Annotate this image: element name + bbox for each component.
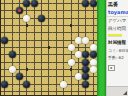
board-intersection[interactable] bbox=[82, 80, 89, 87]
board-intersection[interactable] bbox=[1, 37, 8, 44]
board-intersection[interactable] bbox=[45, 37, 52, 44]
board-intersection[interactable] bbox=[75, 73, 82, 80]
white-stone bbox=[90, 59, 97, 66]
board-intersection[interactable] bbox=[23, 37, 30, 44]
board-intersection[interactable] bbox=[75, 58, 82, 65]
board-intersection[interactable] bbox=[31, 73, 38, 80]
black-stone bbox=[90, 0, 97, 7]
black-stone bbox=[82, 59, 89, 66]
board-intersection[interactable] bbox=[38, 22, 45, 29]
board-intersection[interactable] bbox=[31, 80, 38, 87]
go-board[interactable] bbox=[0, 0, 97, 96]
board-intersection[interactable] bbox=[82, 7, 89, 14]
board-intersection[interactable] bbox=[75, 22, 82, 29]
time-remaining-bar bbox=[108, 34, 122, 37]
board-intersection[interactable] bbox=[23, 22, 30, 29]
board-intersection[interactable] bbox=[67, 29, 74, 36]
board-intersection[interactable] bbox=[82, 22, 89, 29]
white-stone bbox=[82, 37, 89, 44]
board-intersection[interactable] bbox=[38, 44, 45, 51]
black-stone bbox=[82, 51, 89, 58]
board-intersection[interactable] bbox=[82, 73, 89, 80]
white-stone bbox=[75, 37, 82, 44]
board-intersection[interactable] bbox=[8, 15, 15, 22]
board-intersection[interactable] bbox=[53, 44, 60, 51]
board-intersection[interactable] bbox=[38, 15, 45, 22]
resize-grip-icon bbox=[123, 91, 127, 95]
board-intersection[interactable] bbox=[67, 73, 74, 80]
board-intersection[interactable] bbox=[45, 29, 52, 36]
board-intersection[interactable] bbox=[60, 44, 67, 51]
board-intersection[interactable] bbox=[38, 29, 45, 36]
board-intersection[interactable] bbox=[1, 22, 8, 29]
black-stone bbox=[38, 15, 45, 22]
board-intersection[interactable] bbox=[8, 37, 15, 44]
board-intersection[interactable] bbox=[38, 66, 45, 73]
board-intersection[interactable] bbox=[31, 15, 38, 22]
board-intersection[interactable] bbox=[53, 0, 60, 7]
black-stone bbox=[82, 73, 89, 80]
board-intersection[interactable] bbox=[16, 29, 23, 36]
board-intersection[interactable] bbox=[82, 15, 89, 22]
panel-footer bbox=[107, 86, 128, 96]
black-stone bbox=[1, 81, 8, 88]
board-intersection[interactable] bbox=[67, 22, 74, 29]
board-intersection[interactable] bbox=[67, 7, 74, 14]
board-intersection[interactable] bbox=[16, 80, 23, 87]
board-intersection[interactable] bbox=[60, 37, 67, 44]
board-intersection[interactable] bbox=[75, 37, 82, 44]
board-intersection[interactable] bbox=[38, 88, 45, 95]
board-intersection[interactable] bbox=[16, 88, 23, 95]
white-stone bbox=[68, 59, 75, 66]
board-intersection[interactable] bbox=[31, 44, 38, 51]
board-intersection[interactable] bbox=[1, 80, 8, 87]
board-intersection[interactable] bbox=[16, 37, 23, 44]
black-stone bbox=[31, 0, 38, 7]
board-intersection[interactable] bbox=[90, 7, 97, 14]
board-intersection[interactable] bbox=[90, 29, 97, 36]
board-intersection[interactable] bbox=[23, 7, 30, 14]
game-info-header: 対局情報 bbox=[107, 39, 128, 47]
white-stone bbox=[23, 15, 30, 22]
board-intersection[interactable] bbox=[16, 0, 23, 7]
board-intersection[interactable] bbox=[60, 80, 67, 87]
white-stone bbox=[75, 51, 82, 58]
board-intersection[interactable] bbox=[38, 58, 45, 65]
board-intersection[interactable] bbox=[90, 80, 97, 87]
board-intersection[interactable] bbox=[38, 73, 45, 80]
board-intersection[interactable] bbox=[1, 15, 8, 22]
board-intersection[interactable] bbox=[75, 80, 82, 87]
board-intersection[interactable] bbox=[38, 0, 45, 7]
board-intersection[interactable] bbox=[31, 66, 38, 73]
black-stone bbox=[23, 81, 30, 88]
player-name[interactable]: toyama bbox=[107, 8, 128, 17]
time-label: 残り時間 bbox=[107, 25, 128, 33]
board-intersection[interactable] bbox=[23, 66, 30, 73]
board-intersection[interactable] bbox=[82, 88, 89, 95]
board-intersection[interactable] bbox=[45, 66, 52, 73]
board-intersection[interactable] bbox=[90, 15, 97, 22]
board-intersection[interactable] bbox=[53, 66, 60, 73]
turn-indicator: 黒番 bbox=[107, 0, 128, 8]
board-intersection[interactable] bbox=[1, 73, 8, 80]
board-intersection[interactable] bbox=[53, 73, 60, 80]
board-intersection[interactable] bbox=[38, 51, 45, 58]
board-intersection[interactable] bbox=[38, 80, 45, 87]
board-intersection[interactable] bbox=[16, 44, 23, 51]
komi-value: コミ: 6目半 bbox=[107, 47, 128, 54]
info-panel: 黒番 toyama アゲハマ 残り時間 対局情報 コミ: 6目半 手数: 62 … bbox=[106, 0, 128, 96]
board-intersection[interactable] bbox=[75, 44, 82, 51]
board-intersection[interactable] bbox=[45, 58, 52, 65]
board-intersection[interactable] bbox=[16, 73, 23, 80]
board-intersection[interactable] bbox=[31, 29, 38, 36]
black-stone bbox=[90, 51, 97, 58]
white-stone bbox=[90, 44, 97, 51]
board-intersection[interactable] bbox=[1, 0, 8, 7]
board-intersection[interactable] bbox=[1, 88, 8, 95]
black-stone bbox=[23, 0, 30, 7]
board-intersection[interactable] bbox=[67, 15, 74, 22]
board-intersection[interactable] bbox=[90, 37, 97, 44]
board-intersection[interactable] bbox=[23, 88, 30, 95]
board-intersection[interactable] bbox=[23, 58, 30, 65]
board-intersection[interactable] bbox=[8, 66, 15, 73]
board-intersection[interactable] bbox=[23, 0, 30, 7]
board-intersection[interactable] bbox=[31, 58, 38, 65]
board-intersection[interactable] bbox=[75, 15, 82, 22]
board-intersection[interactable] bbox=[45, 15, 52, 22]
board-intersection[interactable] bbox=[31, 0, 38, 7]
board-intersection[interactable] bbox=[23, 80, 30, 87]
board-intersection[interactable] bbox=[90, 58, 97, 65]
board-intersection[interactable] bbox=[23, 29, 30, 36]
board-intersection[interactable] bbox=[38, 7, 45, 14]
board-intersection[interactable] bbox=[60, 66, 67, 73]
board-intersection[interactable] bbox=[53, 7, 60, 14]
board-intersection[interactable] bbox=[60, 0, 67, 7]
black-stone bbox=[9, 51, 16, 58]
board-intersection[interactable] bbox=[67, 80, 74, 87]
board-intersection[interactable] bbox=[45, 73, 52, 80]
board-intersection[interactable] bbox=[53, 51, 60, 58]
board-intersection[interactable] bbox=[53, 37, 60, 44]
board-intersection[interactable] bbox=[67, 51, 74, 58]
board-intersection[interactable] bbox=[31, 22, 38, 29]
black-stone bbox=[82, 0, 89, 7]
board-intersection[interactable] bbox=[90, 0, 97, 7]
board-intersection[interactable] bbox=[67, 88, 74, 95]
board-intersection[interactable] bbox=[90, 73, 97, 80]
last-move-marker bbox=[18, 9, 21, 12]
board-intersection[interactable] bbox=[8, 73, 15, 80]
board-intersection[interactable] bbox=[45, 51, 52, 58]
board-intersection[interactable] bbox=[82, 29, 89, 36]
board-intersection[interactable] bbox=[75, 0, 82, 7]
board-intersection[interactable] bbox=[31, 7, 38, 14]
board-intersection[interactable] bbox=[60, 22, 67, 29]
board-intersection[interactable] bbox=[60, 73, 67, 80]
board-intersection[interactable] bbox=[90, 22, 97, 29]
board-intersection[interactable] bbox=[38, 37, 45, 44]
board-intersection[interactable] bbox=[82, 37, 89, 44]
go-app-window: 黒番 toyama アゲハマ 残り時間 対局情報 コミ: 6目半 手数: 62 … bbox=[0, 0, 128, 96]
board-intersection[interactable] bbox=[67, 58, 74, 65]
board-intersection[interactable] bbox=[67, 37, 74, 44]
board-intersection[interactable] bbox=[60, 51, 67, 58]
board-intersection[interactable] bbox=[8, 58, 15, 65]
board-intersection[interactable] bbox=[67, 66, 74, 73]
board-intersection[interactable] bbox=[23, 15, 30, 22]
board-intersection[interactable] bbox=[67, 44, 74, 51]
board-intersection[interactable] bbox=[45, 7, 52, 14]
board-intersection[interactable] bbox=[16, 7, 23, 14]
board-intersection[interactable] bbox=[8, 0, 15, 7]
board-intersection[interactable] bbox=[90, 51, 97, 58]
board-intersection[interactable] bbox=[16, 58, 23, 65]
board-intersection[interactable] bbox=[8, 51, 15, 58]
board-intersection[interactable] bbox=[90, 88, 97, 95]
board-intersection[interactable] bbox=[45, 0, 52, 7]
board-intersection[interactable] bbox=[53, 58, 60, 65]
board-intersection[interactable] bbox=[1, 51, 8, 58]
board-intersection[interactable] bbox=[82, 44, 89, 51]
captures-label: アゲハマ bbox=[107, 17, 128, 25]
black-stone bbox=[82, 81, 89, 88]
board-intersection[interactable] bbox=[90, 44, 97, 51]
board-intersection[interactable] bbox=[75, 29, 82, 36]
board-intersection[interactable] bbox=[60, 29, 67, 36]
board-intersection[interactable] bbox=[53, 29, 60, 36]
move-nav-button[interactable]: ▸ bbox=[108, 65, 115, 71]
white-stone bbox=[90, 66, 97, 73]
move-count: 手数: 62 bbox=[107, 54, 128, 61]
white-stone bbox=[75, 73, 82, 80]
board-intersection[interactable] bbox=[75, 66, 82, 73]
board-intersection[interactable] bbox=[16, 15, 23, 22]
board-intersection[interactable] bbox=[31, 37, 38, 44]
board-intersection[interactable] bbox=[53, 22, 60, 29]
board-intersection[interactable] bbox=[60, 15, 67, 22]
black-stone bbox=[16, 7, 23, 14]
board-intersection[interactable] bbox=[60, 88, 67, 95]
board-intersection[interactable] bbox=[82, 51, 89, 58]
board-intersection[interactable] bbox=[53, 15, 60, 22]
board-intersection[interactable] bbox=[45, 88, 52, 95]
board-intersection[interactable] bbox=[75, 7, 82, 14]
board-intersection[interactable] bbox=[45, 22, 52, 29]
black-stone bbox=[1, 37, 8, 44]
board-intersection[interactable] bbox=[53, 88, 60, 95]
board-intersection[interactable] bbox=[45, 80, 52, 87]
board-intersection[interactable] bbox=[53, 80, 60, 87]
board-intersection[interactable] bbox=[16, 22, 23, 29]
board-intersection[interactable] bbox=[1, 7, 8, 14]
board-intersection[interactable] bbox=[90, 66, 97, 73]
white-stone bbox=[60, 81, 67, 88]
board-intersection[interactable] bbox=[23, 73, 30, 80]
board-intersection[interactable] bbox=[82, 66, 89, 73]
board-intersection[interactable] bbox=[8, 44, 15, 51]
board-intersection[interactable] bbox=[8, 88, 15, 95]
board-intersection[interactable] bbox=[8, 22, 15, 29]
board-intersection[interactable] bbox=[82, 0, 89, 7]
white-stone bbox=[9, 66, 16, 73]
board-intersection[interactable] bbox=[45, 44, 52, 51]
board-intersection[interactable] bbox=[1, 44, 8, 51]
board-intersection[interactable] bbox=[67, 0, 74, 7]
board-panel-divider bbox=[97, 0, 106, 96]
board-intersection[interactable] bbox=[1, 29, 8, 36]
board-intersection[interactable] bbox=[8, 7, 15, 14]
board-intersection[interactable] bbox=[8, 80, 15, 87]
board-intersection[interactable] bbox=[75, 88, 82, 95]
board-intersection[interactable] bbox=[1, 66, 8, 73]
board-intersection[interactable] bbox=[16, 66, 23, 73]
board-intersection[interactable] bbox=[60, 7, 67, 14]
board-intersection[interactable] bbox=[8, 29, 15, 36]
board-intersection[interactable] bbox=[1, 58, 8, 65]
board-intersection[interactable] bbox=[31, 51, 38, 58]
board-intersection[interactable] bbox=[82, 58, 89, 65]
board-intersection[interactable] bbox=[16, 51, 23, 58]
white-stone bbox=[68, 44, 75, 51]
board-intersection[interactable] bbox=[23, 44, 30, 51]
black-stone bbox=[16, 73, 23, 80]
black-stone bbox=[82, 66, 89, 73]
board-intersection[interactable] bbox=[75, 51, 82, 58]
board-intersection[interactable] bbox=[60, 58, 67, 65]
board-intersection[interactable] bbox=[31, 88, 38, 95]
board-intersection[interactable] bbox=[23, 51, 30, 58]
